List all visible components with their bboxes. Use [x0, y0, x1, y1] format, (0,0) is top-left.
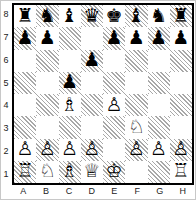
square-g7[interactable]: ♟ [148, 27, 170, 49]
square-e8[interactable]: ♚ [103, 5, 125, 27]
square-c1[interactable]: ♗ [59, 161, 81, 183]
square-a3[interactable] [14, 116, 36, 138]
square-a8[interactable]: ♜ [14, 5, 36, 27]
square-e2[interactable] [103, 139, 125, 161]
square-e1[interactable]: ♔ [103, 161, 125, 183]
chess-board: ♜♞♝♛♚♝♞♜♟♟♟♟♟♟♟♟♗♙♘♙♙♙♙♙♙♙♖♘♗♕♔♖ [12, 3, 194, 185]
square-d1[interactable]: ♕ [81, 161, 103, 183]
square-b1[interactable]: ♘ [36, 161, 58, 183]
square-c7[interactable] [59, 27, 81, 49]
square-f8[interactable]: ♝ [125, 5, 147, 27]
square-f4[interactable] [125, 94, 147, 116]
square-g5[interactable] [148, 72, 170, 94]
file-label-f: F [126, 186, 149, 198]
square-c4[interactable]: ♗ [59, 94, 81, 116]
square-f1[interactable] [125, 161, 147, 183]
square-c2[interactable]: ♙ [59, 139, 81, 161]
square-f5[interactable] [125, 72, 147, 94]
square-g2[interactable]: ♙ [148, 139, 170, 161]
square-d7[interactable] [81, 27, 103, 49]
square-a6[interactable] [14, 50, 36, 72]
black-pawn-piece: ♟ [106, 28, 123, 47]
file-labels: ABCDEFGH [12, 186, 194, 198]
white-rook-piece: ♖ [17, 161, 34, 180]
black-bishop-piece: ♝ [128, 6, 145, 25]
black-rook-piece: ♜ [172, 6, 189, 25]
square-g1[interactable] [148, 161, 170, 183]
square-c8[interactable]: ♝ [59, 5, 81, 27]
square-c5[interactable]: ♟ [59, 72, 81, 94]
rank-label-4: 4 [1, 94, 11, 117]
black-king-piece: ♚ [106, 6, 123, 25]
white-pawn-piece: ♙ [106, 95, 123, 114]
black-knight-piece: ♞ [150, 6, 167, 25]
square-e5[interactable] [103, 72, 125, 94]
square-g6[interactable] [148, 50, 170, 72]
square-f3[interactable]: ♘ [125, 116, 147, 138]
square-b7[interactable]: ♟ [36, 27, 58, 49]
black-pawn-piece: ♟ [17, 28, 34, 47]
white-bishop-piece: ♗ [61, 161, 78, 180]
black-queen-piece: ♛ [83, 6, 100, 25]
square-b8[interactable]: ♞ [36, 5, 58, 27]
white-bishop-piece: ♗ [61, 95, 78, 114]
square-b5[interactable] [36, 72, 58, 94]
square-b4[interactable] [36, 94, 58, 116]
square-h3[interactable] [170, 116, 192, 138]
white-pawn-piece: ♙ [128, 139, 145, 158]
square-f2[interactable]: ♙ [125, 139, 147, 161]
rank-labels: 87654321 [1, 3, 11, 185]
file-label-b: B [35, 186, 58, 198]
square-d6[interactable]: ♟ [81, 50, 103, 72]
black-pawn-piece: ♟ [39, 28, 56, 47]
rank-label-6: 6 [1, 49, 11, 72]
square-f6[interactable] [125, 50, 147, 72]
square-g3[interactable] [148, 116, 170, 138]
square-h4[interactable] [170, 94, 192, 116]
file-label-a: A [12, 186, 35, 198]
white-king-piece: ♔ [106, 161, 123, 180]
white-pawn-piece: ♙ [39, 139, 56, 158]
square-h5[interactable] [170, 72, 192, 94]
square-h6[interactable] [170, 50, 192, 72]
file-label-g: G [149, 186, 172, 198]
rank-label-2: 2 [1, 140, 11, 163]
square-a7[interactable]: ♟ [14, 27, 36, 49]
square-e7[interactable]: ♟ [103, 27, 125, 49]
rank-label-5: 5 [1, 71, 11, 94]
square-b2[interactable]: ♙ [36, 139, 58, 161]
black-pawn-piece: ♟ [150, 28, 167, 47]
black-bishop-piece: ♝ [61, 6, 78, 25]
black-pawn-piece: ♟ [83, 50, 100, 69]
square-b6[interactable] [36, 50, 58, 72]
square-h1[interactable]: ♖ [170, 161, 192, 183]
square-c3[interactable] [59, 116, 81, 138]
white-pawn-piece: ♙ [61, 139, 78, 158]
file-label-d: D [80, 186, 103, 198]
square-a2[interactable]: ♙ [14, 139, 36, 161]
rank-label-3: 3 [1, 117, 11, 140]
white-pawn-piece: ♙ [83, 139, 100, 158]
rank-label-7: 7 [1, 26, 11, 49]
file-label-h: H [171, 186, 194, 198]
white-knight-piece: ♘ [39, 161, 56, 180]
white-pawn-piece: ♙ [17, 139, 34, 158]
rank-label-1: 1 [1, 162, 11, 185]
file-label-e: E [103, 186, 126, 198]
square-h7[interactable]: ♟ [170, 27, 192, 49]
file-label-c: C [58, 186, 81, 198]
square-d2[interactable]: ♙ [81, 139, 103, 161]
square-e6[interactable] [103, 50, 125, 72]
square-c6[interactable] [59, 50, 81, 72]
square-d4[interactable] [81, 94, 103, 116]
white-queen-piece: ♕ [83, 161, 100, 180]
square-g8[interactable]: ♞ [148, 5, 170, 27]
white-rook-piece: ♖ [172, 161, 189, 180]
white-pawn-piece: ♙ [172, 139, 189, 158]
square-g4[interactable] [148, 94, 170, 116]
black-pawn-piece: ♟ [61, 72, 78, 91]
square-a4[interactable] [14, 94, 36, 116]
square-a1[interactable]: ♖ [14, 161, 36, 183]
square-b3[interactable] [36, 116, 58, 138]
square-d3[interactable] [81, 116, 103, 138]
square-e3[interactable] [103, 116, 125, 138]
black-rook-piece: ♜ [17, 6, 34, 25]
square-e4[interactable]: ♙ [103, 94, 125, 116]
black-pawn-piece: ♟ [128, 28, 145, 47]
square-a5[interactable] [14, 72, 36, 94]
black-knight-piece: ♞ [39, 6, 56, 25]
black-pawn-piece: ♟ [172, 28, 189, 47]
rank-label-8: 8 [1, 3, 11, 26]
square-d5[interactable] [81, 72, 103, 94]
square-f7[interactable]: ♟ [125, 27, 147, 49]
white-knight-piece: ♘ [128, 117, 145, 136]
square-d8[interactable]: ♛ [81, 5, 103, 27]
square-h2[interactable]: ♙ [170, 139, 192, 161]
square-h8[interactable]: ♜ [170, 5, 192, 27]
chess-diagram: 87654321 ♜♞♝♛♚♝♞♜♟♟♟♟♟♟♟♟♗♙♘♙♙♙♙♙♙♙♖♘♗♕♔… [0, 0, 196, 200]
white-pawn-piece: ♙ [150, 139, 167, 158]
